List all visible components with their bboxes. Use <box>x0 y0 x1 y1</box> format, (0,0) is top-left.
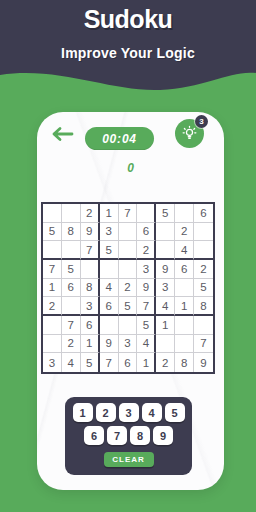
grid-cell-r2c1[interactable]: 5 <box>43 223 62 242</box>
grid-cell-r7c7[interactable]: 1 <box>156 316 175 335</box>
grid-cell-r6c6[interactable]: 7 <box>137 297 156 316</box>
numpad-key-6[interactable]: 6 <box>84 426 104 445</box>
grid-cell-r8c3[interactable]: 1 <box>81 335 100 354</box>
grid-cell-r2c3[interactable]: 9 <box>81 223 100 242</box>
clear-button[interactable]: CLEAR <box>104 452 154 467</box>
grid-cell-r7c2[interactable]: 7 <box>62 316 81 335</box>
numpad-key-5[interactable]: 5 <box>165 403 185 422</box>
grid-cell-r8c1[interactable] <box>43 335 62 354</box>
grid-cell-r2c2[interactable]: 8 <box>62 223 81 242</box>
keypad-row-2: 6 7 8 9 <box>65 426 192 445</box>
grid-cell-r5c9[interactable]: 5 <box>194 279 213 298</box>
grid-cell-r5c2[interactable]: 6 <box>62 279 81 298</box>
grid-cell-r6c8[interactable]: 1 <box>175 297 194 316</box>
lightbulb-icon <box>181 125 198 142</box>
grid-cell-r1c1[interactable] <box>43 204 62 223</box>
grid-cell-r6c2[interactable] <box>62 297 81 316</box>
grid-cell-r6c9[interactable]: 8 <box>194 297 213 316</box>
grid-cell-r7c9[interactable] <box>194 316 213 335</box>
app-subtitle: Improve Your Logic <box>0 45 256 61</box>
grid-cell-r3c2[interactable] <box>62 241 81 260</box>
mistakes-counter: 0 <box>37 161 224 175</box>
phone-card: 00:04 3 0 217565893627524753962168429352… <box>37 112 224 490</box>
grid-cell-r4c8[interactable]: 6 <box>175 260 194 279</box>
grid-cell-r4c4[interactable] <box>100 260 119 279</box>
back-arrow-icon <box>50 126 74 142</box>
grid-cell-r6c3[interactable]: 3 <box>81 297 100 316</box>
timer-display: 00:04 <box>85 127 154 150</box>
grid-cell-r4c1[interactable]: 7 <box>43 260 62 279</box>
grid-cell-r8c9[interactable]: 7 <box>194 335 213 354</box>
back-button[interactable] <box>49 124 75 144</box>
grid-cell-r4c7[interactable]: 9 <box>156 260 175 279</box>
numpad-key-8[interactable]: 8 <box>130 426 150 445</box>
grid-cell-r2c4[interactable]: 3 <box>100 223 119 242</box>
grid-cell-r6c7[interactable]: 4 <box>156 297 175 316</box>
grid-cell-r3c6[interactable]: 2 <box>137 241 156 260</box>
grid-cell-r2c5[interactable] <box>119 223 138 242</box>
grid-cell-r4c3[interactable] <box>81 260 100 279</box>
numpad-key-3[interactable]: 3 <box>119 403 139 422</box>
grid-cell-r9c2[interactable]: 4 <box>62 353 81 372</box>
grid-cell-r8c4[interactable]: 9 <box>100 335 119 354</box>
grid-cell-r1c6[interactable] <box>137 204 156 223</box>
hint-count-badge: 3 <box>195 115 208 128</box>
grid-cell-r2c8[interactable]: 2 <box>175 223 194 242</box>
grid-cell-r2c7[interactable] <box>156 223 175 242</box>
app-title: Sudoku <box>0 5 256 34</box>
keypad-row-1: 1 2 3 4 5 <box>65 403 192 422</box>
grid-cell-r3c1[interactable] <box>43 241 62 260</box>
grid-cell-r4c9[interactable]: 2 <box>194 260 213 279</box>
grid-cell-r6c4[interactable]: 6 <box>100 297 119 316</box>
numpad-key-1[interactable]: 1 <box>73 403 93 422</box>
grid-cell-r7c3[interactable]: 6 <box>81 316 100 335</box>
grid-cell-r5c7[interactable]: 3 <box>156 279 175 298</box>
grid-cell-r5c6[interactable]: 9 <box>137 279 156 298</box>
sudoku-grid: 2175658936275247539621684293523657418765… <box>41 202 215 374</box>
grid-cell-r1c9[interactable]: 6 <box>194 204 213 223</box>
numpad-key-2[interactable]: 2 <box>96 403 116 422</box>
grid-cell-r2c6[interactable]: 6 <box>137 223 156 242</box>
grid-cell-r1c3[interactable]: 2 <box>81 204 100 223</box>
grid-cell-r3c9[interactable] <box>194 241 213 260</box>
grid-cell-r4c6[interactable]: 3 <box>137 260 156 279</box>
grid-cell-r9c3[interactable]: 5 <box>81 353 100 372</box>
numpad-key-7[interactable]: 7 <box>107 426 127 445</box>
grid-cell-r9c5[interactable]: 6 <box>119 353 138 372</box>
grid-cell-r7c5[interactable] <box>119 316 138 335</box>
grid-cell-r1c8[interactable] <box>175 204 194 223</box>
grid-cell-r1c7[interactable]: 5 <box>156 204 175 223</box>
numpad-key-4[interactable]: 4 <box>142 403 162 422</box>
grid-cell-r5c5[interactable]: 2 <box>119 279 138 298</box>
grid-cell-r9c9[interactable]: 9 <box>194 353 213 372</box>
grid-cell-r2c9[interactable] <box>194 223 213 242</box>
grid-cell-r8c2[interactable]: 2 <box>62 335 81 354</box>
numpad-key-9[interactable]: 9 <box>153 426 173 445</box>
grid-cell-r5c1[interactable]: 1 <box>43 279 62 298</box>
grid-cell-r3c5[interactable] <box>119 241 138 260</box>
grid-cell-r9c4[interactable]: 7 <box>100 353 119 372</box>
grid-cell-r7c6[interactable]: 5 <box>137 316 156 335</box>
grid-cell-r9c6[interactable]: 1 <box>137 353 156 372</box>
grid-cell-r9c1[interactable]: 3 <box>43 353 62 372</box>
grid-cell-r8c7[interactable] <box>156 335 175 354</box>
grid-cell-r3c7[interactable] <box>156 241 175 260</box>
grid-cell-r3c4[interactable]: 5 <box>100 241 119 260</box>
grid-cell-r8c5[interactable]: 3 <box>119 335 138 354</box>
grid-cell-r8c6[interactable]: 4 <box>137 335 156 354</box>
grid-cell-r6c1[interactable]: 2 <box>43 297 62 316</box>
grid-cell-r1c4[interactable]: 1 <box>100 204 119 223</box>
number-keypad: 1 2 3 4 5 6 7 8 9 CLEAR <box>65 397 192 475</box>
grid-cell-r1c2[interactable] <box>62 204 81 223</box>
grid-cell-r3c8[interactable]: 4 <box>175 241 194 260</box>
grid-cell-r7c8[interactable] <box>175 316 194 335</box>
grid-cell-r9c7[interactable]: 2 <box>156 353 175 372</box>
grid-cell-r8c8[interactable] <box>175 335 194 354</box>
grid-cell-r9c8[interactable]: 8 <box>175 353 194 372</box>
grid-cell-r1c5[interactable]: 7 <box>119 204 138 223</box>
grid-cell-r5c3[interactable]: 8 <box>81 279 100 298</box>
grid-cell-r5c8[interactable] <box>175 279 194 298</box>
grid-cell-r7c4[interactable] <box>100 316 119 335</box>
app-screen: Sudoku Improve Your Logic 00:04 <box>0 0 256 512</box>
grid-cell-r6c5[interactable]: 5 <box>119 297 138 316</box>
grid-cell-r4c5[interactable] <box>119 260 138 279</box>
grid-cell-r4c2[interactable]: 5 <box>62 260 81 279</box>
grid-cell-r7c1[interactable] <box>43 316 62 335</box>
grid-cell-r5c4[interactable]: 4 <box>100 279 119 298</box>
grid-cell-r3c3[interactable]: 7 <box>81 241 100 260</box>
